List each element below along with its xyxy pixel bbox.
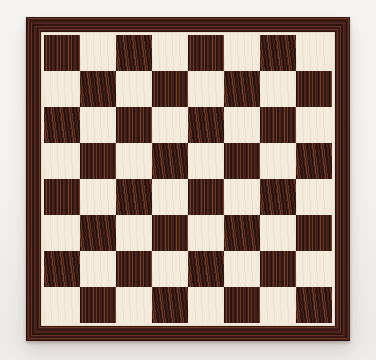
- square-h8: [296, 35, 332, 71]
- frame-rail-left: [26, 17, 41, 341]
- square-e5: [188, 143, 224, 179]
- square-a2: [44, 251, 80, 287]
- square-f7: [224, 71, 260, 107]
- square-a7: [44, 71, 80, 107]
- square-h2: [296, 251, 332, 287]
- square-a4: [44, 179, 80, 215]
- square-c3: [116, 215, 152, 251]
- square-d3: [152, 215, 188, 251]
- frame-rail-right: [335, 17, 350, 341]
- square-g3: [260, 215, 296, 251]
- square-a6: [44, 107, 80, 143]
- square-h4: [296, 179, 332, 215]
- square-e7: [188, 71, 224, 107]
- square-a8: [44, 35, 80, 71]
- square-e1: [188, 287, 224, 323]
- square-g6: [260, 107, 296, 143]
- square-b8: [80, 35, 116, 71]
- board-grid: [44, 35, 332, 323]
- square-e2: [188, 251, 224, 287]
- square-h3: [296, 215, 332, 251]
- square-g8: [260, 35, 296, 71]
- square-c5: [116, 143, 152, 179]
- square-b5: [80, 143, 116, 179]
- square-c8: [116, 35, 152, 71]
- square-d7: [152, 71, 188, 107]
- square-b7: [80, 71, 116, 107]
- square-h5: [296, 143, 332, 179]
- square-f8: [224, 35, 260, 71]
- photo-backdrop: [0, 0, 376, 360]
- square-e4: [188, 179, 224, 215]
- square-b2: [80, 251, 116, 287]
- square-h7: [296, 71, 332, 107]
- square-a5: [44, 143, 80, 179]
- square-g7: [260, 71, 296, 107]
- square-f4: [224, 179, 260, 215]
- frame-rail-top: [26, 17, 350, 32]
- square-c1: [116, 287, 152, 323]
- square-b4: [80, 179, 116, 215]
- square-g5: [260, 143, 296, 179]
- square-c4: [116, 179, 152, 215]
- square-d6: [152, 107, 188, 143]
- square-b6: [80, 107, 116, 143]
- square-h6: [296, 107, 332, 143]
- board-inlay-line: [41, 32, 335, 326]
- square-a1: [44, 287, 80, 323]
- square-d1: [152, 287, 188, 323]
- frame-rail-bottom: [26, 326, 350, 341]
- square-f5: [224, 143, 260, 179]
- square-d5: [152, 143, 188, 179]
- square-e8: [188, 35, 224, 71]
- square-f2: [224, 251, 260, 287]
- square-f6: [224, 107, 260, 143]
- square-d2: [152, 251, 188, 287]
- square-d4: [152, 179, 188, 215]
- chessboard: [26, 17, 350, 341]
- square-h1: [296, 287, 332, 323]
- square-e6: [188, 107, 224, 143]
- square-c2: [116, 251, 152, 287]
- square-g4: [260, 179, 296, 215]
- square-c7: [116, 71, 152, 107]
- square-e3: [188, 215, 224, 251]
- square-a3: [44, 215, 80, 251]
- square-b1: [80, 287, 116, 323]
- square-b3: [80, 215, 116, 251]
- square-g2: [260, 251, 296, 287]
- square-f1: [224, 287, 260, 323]
- square-g1: [260, 287, 296, 323]
- square-d8: [152, 35, 188, 71]
- square-f3: [224, 215, 260, 251]
- square-c6: [116, 107, 152, 143]
